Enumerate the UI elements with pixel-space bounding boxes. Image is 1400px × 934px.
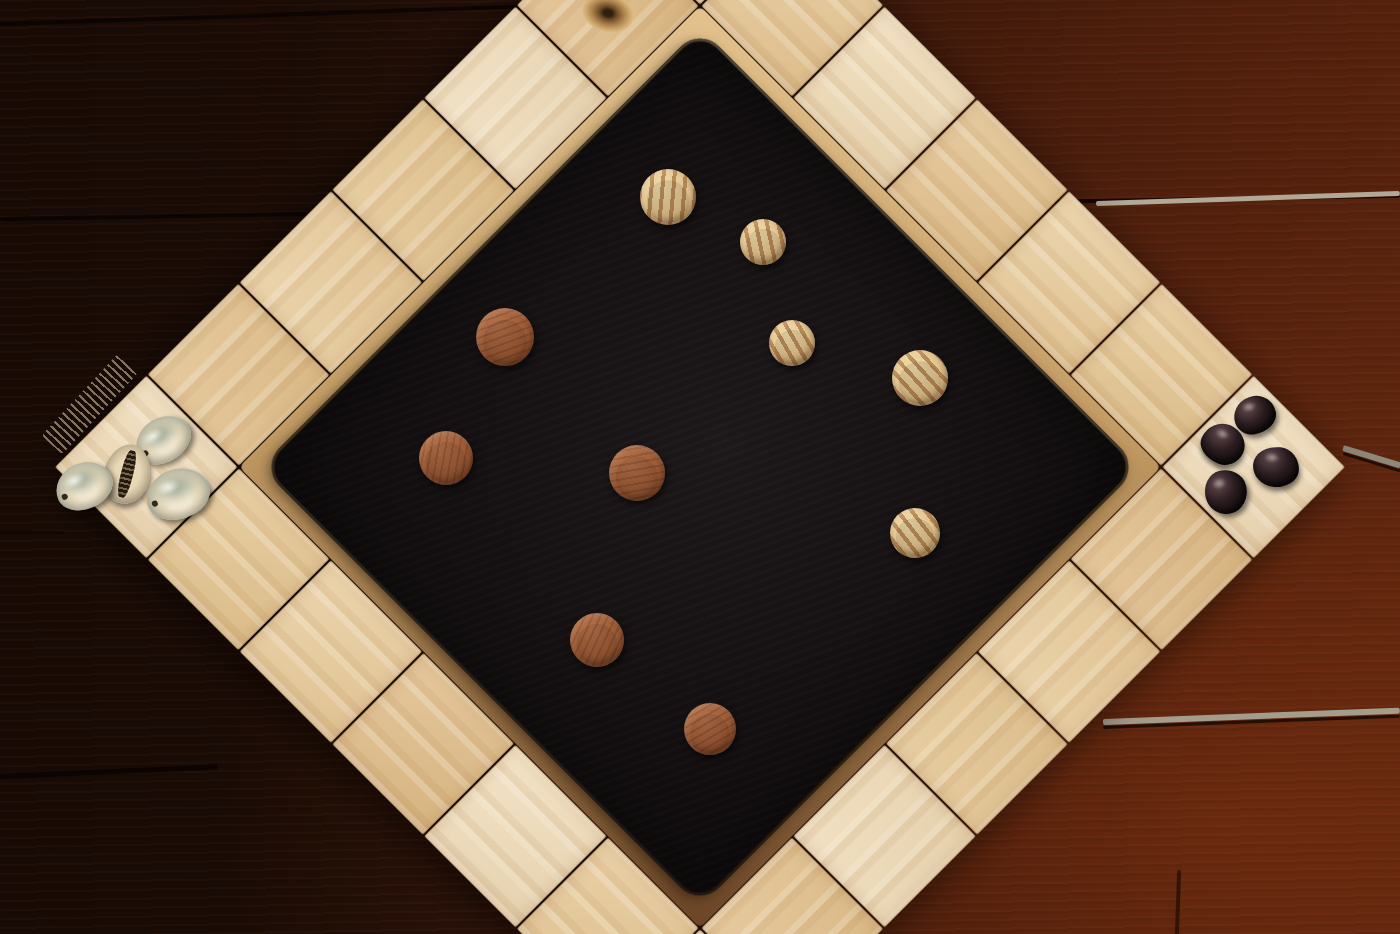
disc-glyph: ●: [570, 613, 624, 667]
disc-glyph: ●: [892, 350, 948, 406]
disc-glyph: ●: [890, 508, 940, 558]
dark-wood-disc[interactable]: ●: [570, 613, 624, 667]
disc-glyph: ●: [640, 169, 696, 225]
dark-wood-disc[interactable]: ●: [419, 431, 473, 485]
disc-glyph: ●: [476, 308, 534, 366]
light-wood-disc[interactable]: ●: [769, 320, 815, 366]
pieces-layer: ●●●●●●●●●●: [0, 0, 1400, 934]
seed-gloss: [1241, 401, 1257, 413]
light-wood-disc[interactable]: ●: [740, 219, 786, 265]
seed-gloss: [1211, 476, 1228, 491]
photo-stage: ●●●●●●●●●●: [0, 0, 1400, 934]
light-wood-disc[interactable]: ●: [640, 169, 696, 225]
disc-glyph: ●: [609, 445, 665, 501]
light-wood-disc[interactable]: ●: [892, 350, 948, 406]
dark-wood-disc[interactable]: ●: [476, 308, 534, 366]
disc-glyph: ●: [419, 431, 473, 485]
disc-glyph: ●: [684, 703, 736, 755]
seed-gloss: [1264, 451, 1281, 463]
disc-glyph: ●: [769, 320, 815, 366]
black-seed[interactable]: [1200, 466, 1251, 519]
light-wood-disc[interactable]: ●: [890, 508, 940, 558]
disc-glyph: ●: [740, 219, 786, 265]
black-seed[interactable]: [1251, 445, 1301, 490]
dark-wood-disc[interactable]: ●: [684, 703, 736, 755]
dark-wood-disc[interactable]: ●: [609, 445, 665, 501]
seed-gloss: [1213, 426, 1231, 442]
